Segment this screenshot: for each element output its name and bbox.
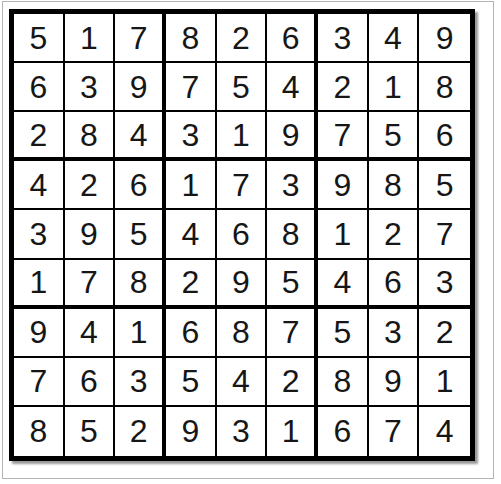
cell-r9c1[interactable]: 8	[14, 407, 65, 456]
cell-r9c8[interactable]: 7	[369, 407, 420, 456]
cell-r3c8[interactable]: 5	[369, 112, 420, 161]
cell-r9c7[interactable]: 6	[318, 407, 369, 456]
cell-r1c6[interactable]: 6	[267, 14, 318, 63]
cell-r3c3[interactable]: 4	[115, 112, 166, 161]
cell-r4c4[interactable]: 1	[166, 161, 217, 210]
cell-r9c3[interactable]: 2	[115, 407, 166, 456]
cell-r2c1[interactable]: 6	[14, 63, 65, 112]
cell-r3c1[interactable]: 2	[14, 112, 65, 161]
cell-r7c8[interactable]: 3	[369, 309, 420, 358]
image-frame: 5178263496397542182843197564261739853954…	[2, 1, 494, 479]
cell-r5c4[interactable]: 4	[166, 210, 217, 259]
cell-r1c7[interactable]: 3	[318, 14, 369, 63]
cell-r6c7[interactable]: 4	[318, 260, 369, 309]
cell-r4c5[interactable]: 7	[217, 161, 268, 210]
cell-r7c2[interactable]: 4	[65, 309, 116, 358]
cell-r9c4[interactable]: 9	[166, 407, 217, 456]
cell-r4c3[interactable]: 6	[115, 161, 166, 210]
cell-r1c2[interactable]: 1	[65, 14, 116, 63]
cell-r5c1[interactable]: 3	[14, 210, 65, 259]
cell-r7c5[interactable]: 8	[217, 309, 268, 358]
cell-r2c3[interactable]: 9	[115, 63, 166, 112]
cell-r5c6[interactable]: 8	[267, 210, 318, 259]
cell-r6c3[interactable]: 8	[115, 260, 166, 309]
cell-r2c6[interactable]: 4	[267, 63, 318, 112]
cell-r8c9[interactable]: 1	[419, 358, 470, 407]
cell-r7c6[interactable]: 7	[267, 309, 318, 358]
cell-r5c8[interactable]: 2	[369, 210, 420, 259]
cell-r5c2[interactable]: 9	[65, 210, 116, 259]
cell-r4c9[interactable]: 5	[419, 161, 470, 210]
cell-r3c9[interactable]: 6	[419, 112, 470, 161]
cell-r4c6[interactable]: 3	[267, 161, 318, 210]
cell-r7c7[interactable]: 5	[318, 309, 369, 358]
cell-r8c2[interactable]: 6	[65, 358, 116, 407]
cell-r3c4[interactable]: 3	[166, 112, 217, 161]
cell-r9c6[interactable]: 1	[267, 407, 318, 456]
cell-r6c9[interactable]: 3	[419, 260, 470, 309]
cell-r1c9[interactable]: 9	[419, 14, 470, 63]
sudoku-board: 5178263496397542182843197564261739853954…	[9, 9, 475, 461]
cell-r5c7[interactable]: 1	[318, 210, 369, 259]
cell-r1c4[interactable]: 8	[166, 14, 217, 63]
cell-r7c3[interactable]: 1	[115, 309, 166, 358]
cell-r6c6[interactable]: 5	[267, 260, 318, 309]
cell-r8c4[interactable]: 5	[166, 358, 217, 407]
cell-r4c8[interactable]: 8	[369, 161, 420, 210]
cell-r1c1[interactable]: 5	[14, 14, 65, 63]
cell-r6c8[interactable]: 6	[369, 260, 420, 309]
cell-r2c2[interactable]: 3	[65, 63, 116, 112]
cell-r4c1[interactable]: 4	[14, 161, 65, 210]
cell-r2c5[interactable]: 5	[217, 63, 268, 112]
cell-r2c8[interactable]: 1	[369, 63, 420, 112]
cell-r3c2[interactable]: 8	[65, 112, 116, 161]
cell-r5c3[interactable]: 5	[115, 210, 166, 259]
cell-r8c6[interactable]: 2	[267, 358, 318, 407]
cell-r1c3[interactable]: 7	[115, 14, 166, 63]
cell-r8c7[interactable]: 8	[318, 358, 369, 407]
cell-r6c4[interactable]: 2	[166, 260, 217, 309]
cell-r2c4[interactable]: 7	[166, 63, 217, 112]
cell-r3c6[interactable]: 9	[267, 112, 318, 161]
cell-r5c9[interactable]: 7	[419, 210, 470, 259]
cell-r6c5[interactable]: 9	[217, 260, 268, 309]
cell-r8c3[interactable]: 3	[115, 358, 166, 407]
cell-r4c2[interactable]: 2	[65, 161, 116, 210]
cell-r7c4[interactable]: 6	[166, 309, 217, 358]
cell-r1c8[interactable]: 4	[369, 14, 420, 63]
cell-r9c2[interactable]: 5	[65, 407, 116, 456]
cell-r6c2[interactable]: 7	[65, 260, 116, 309]
cell-r3c5[interactable]: 1	[217, 112, 268, 161]
cell-r1c5[interactable]: 2	[217, 14, 268, 63]
cell-r8c8[interactable]: 9	[369, 358, 420, 407]
cell-r8c1[interactable]: 7	[14, 358, 65, 407]
cell-r8c5[interactable]: 4	[217, 358, 268, 407]
cell-r7c1[interactable]: 9	[14, 309, 65, 358]
cell-r4c7[interactable]: 9	[318, 161, 369, 210]
cell-r6c1[interactable]: 1	[14, 260, 65, 309]
cell-r2c7[interactable]: 2	[318, 63, 369, 112]
cell-r7c9[interactable]: 2	[419, 309, 470, 358]
cell-r5c5[interactable]: 6	[217, 210, 268, 259]
cell-r2c9[interactable]: 8	[419, 63, 470, 112]
page: 5178263496397542182843197564261739853954…	[0, 0, 501, 484]
cell-r3c7[interactable]: 7	[318, 112, 369, 161]
cell-r9c5[interactable]: 3	[217, 407, 268, 456]
cell-r9c9[interactable]: 4	[419, 407, 470, 456]
